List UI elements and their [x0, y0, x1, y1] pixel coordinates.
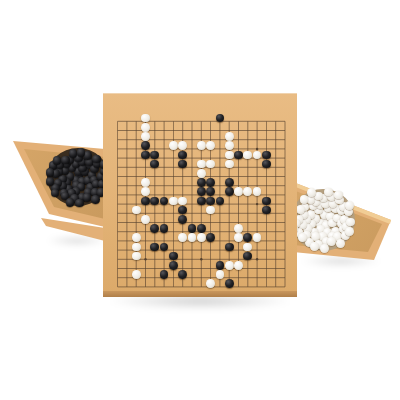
black-stone	[262, 197, 271, 206]
tray-black-stone	[69, 149, 78, 158]
white-stone	[225, 132, 234, 141]
white-stone	[234, 261, 243, 270]
tray-white-stone	[296, 205, 305, 214]
tray-white-stone	[334, 191, 343, 200]
black-stone	[197, 224, 206, 233]
white-stone	[197, 233, 206, 242]
black-stone	[141, 141, 150, 150]
black-stone	[234, 151, 243, 160]
black-stone	[197, 187, 206, 196]
white-stone	[169, 197, 178, 206]
tray-white-stone	[298, 233, 307, 242]
black-stone	[262, 151, 271, 160]
tray-white-stone	[307, 188, 316, 197]
black-stone	[178, 215, 187, 224]
tray-black-stone	[75, 199, 84, 208]
white-stone	[141, 187, 150, 196]
white-stone	[132, 270, 141, 279]
go-set-product-photo	[0, 0, 400, 400]
white-stone	[132, 206, 141, 215]
board-front-edge	[103, 291, 297, 297]
white-stone	[141, 132, 150, 141]
black-stone	[206, 178, 215, 187]
white-stone	[206, 141, 215, 150]
tray-white-stone	[346, 218, 355, 227]
white-stone	[225, 160, 234, 169]
black-stone	[225, 279, 234, 288]
white-stone	[132, 252, 141, 261]
black-stone	[178, 270, 187, 279]
white-stone	[141, 123, 150, 132]
white-stone	[225, 151, 234, 160]
tray-white-stone	[327, 237, 336, 246]
black-stone	[197, 178, 206, 187]
white-stone	[234, 233, 243, 242]
white-stone	[169, 141, 178, 150]
black-stone	[197, 197, 206, 206]
black-stone	[206, 233, 215, 242]
board-shadow	[106, 295, 294, 310]
black-stone	[225, 243, 234, 252]
white-stone	[197, 160, 206, 169]
tray-white-stone	[310, 242, 319, 251]
tray-black-stone	[61, 156, 70, 165]
white-stone	[141, 215, 150, 224]
black-stone	[169, 261, 178, 270]
tray-white-stone	[345, 201, 354, 210]
white-stone	[132, 233, 141, 242]
white-stone	[225, 261, 234, 270]
black-stone	[225, 178, 234, 187]
tray-black-stone	[46, 168, 55, 177]
black-stone	[188, 224, 197, 233]
tray-white-stone	[320, 244, 329, 253]
black-stone	[206, 187, 215, 196]
white-stone	[141, 178, 150, 187]
black-stone	[141, 151, 150, 160]
white-stone	[197, 141, 206, 150]
white-stone	[216, 270, 225, 279]
tray-white-stone	[324, 188, 333, 197]
tray-white-stone	[300, 195, 309, 204]
tray-black-stone	[91, 195, 100, 204]
white-stone	[234, 187, 243, 196]
black-stone	[141, 197, 150, 206]
white-stone	[234, 224, 243, 233]
black-stone	[225, 187, 234, 196]
black-stone	[216, 261, 225, 270]
white-stone	[197, 169, 206, 178]
tray-black-stone	[77, 148, 86, 157]
tray-white-stone	[336, 239, 345, 248]
white-stone	[225, 141, 234, 150]
go-board	[103, 93, 297, 292]
white-stone	[206, 279, 215, 288]
black-stone	[206, 197, 215, 206]
white-stone	[132, 243, 141, 252]
